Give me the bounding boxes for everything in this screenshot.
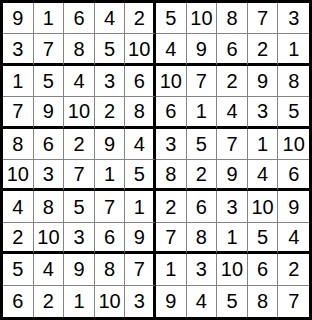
cell-r6c2: 3 xyxy=(34,160,65,191)
cell-r7c4: 7 xyxy=(95,191,126,222)
cell-r2c6: 4 xyxy=(156,34,187,65)
cell-r2c4: 5 xyxy=(95,34,126,65)
cell-r2c10: 1 xyxy=(278,34,309,65)
cell-r3c2: 5 xyxy=(34,66,65,97)
cell-r9c8: 10 xyxy=(217,254,248,285)
cell-r8c4: 6 xyxy=(95,223,126,254)
cell-r8c7: 8 xyxy=(187,223,218,254)
cell-r2c5: 10 xyxy=(125,34,156,65)
cell-r2c2: 7 xyxy=(34,34,65,65)
cell-r2c3: 8 xyxy=(64,34,95,65)
cell-r4c7: 1 xyxy=(187,97,218,128)
cell-r5c1: 8 xyxy=(3,129,34,160)
cell-r1c2: 1 xyxy=(34,3,65,34)
cell-r1c8: 8 xyxy=(217,3,248,34)
cell-r5c2: 6 xyxy=(34,129,65,160)
cell-r1c6: 5 xyxy=(156,3,187,34)
cell-r7c6: 2 xyxy=(156,191,187,222)
cell-r9c3: 9 xyxy=(64,254,95,285)
cell-r10c6: 9 xyxy=(156,286,187,317)
cell-r6c5: 5 xyxy=(125,160,156,191)
cell-r1c9: 7 xyxy=(248,3,279,34)
cell-r8c2: 10 xyxy=(34,223,65,254)
cell-r8c3: 3 xyxy=(64,223,95,254)
cell-r1c5: 2 xyxy=(125,3,156,34)
cell-r3c1: 1 xyxy=(3,66,34,97)
cell-r1c3: 6 xyxy=(64,3,95,34)
cell-r2c1: 3 xyxy=(3,34,34,65)
cell-r9c6: 1 xyxy=(156,254,187,285)
cell-r6c10: 6 xyxy=(278,160,309,191)
cell-r1c1: 9 xyxy=(3,3,34,34)
cell-r2c9: 2 xyxy=(248,34,279,65)
cell-r10c9: 8 xyxy=(248,286,279,317)
cell-r5c5: 4 xyxy=(125,129,156,160)
cell-r9c4: 8 xyxy=(95,254,126,285)
cell-r9c10: 2 xyxy=(278,254,309,285)
cell-r3c3: 4 xyxy=(64,66,95,97)
cell-r10c1: 6 xyxy=(3,286,34,317)
cell-r10c8: 5 xyxy=(217,286,248,317)
cell-r9c7: 3 xyxy=(187,254,218,285)
cell-r5c4: 9 xyxy=(95,129,126,160)
cell-r8c10: 4 xyxy=(278,223,309,254)
cell-r8c5: 9 xyxy=(125,223,156,254)
cell-r3c9: 9 xyxy=(248,66,279,97)
cell-r1c7: 10 xyxy=(187,3,218,34)
cell-r8c6: 7 xyxy=(156,223,187,254)
cell-r7c2: 8 xyxy=(34,191,65,222)
cell-r3c7: 7 xyxy=(187,66,218,97)
cell-r4c6: 6 xyxy=(156,97,187,128)
cell-r6c6: 8 xyxy=(156,160,187,191)
cell-r10c3: 1 xyxy=(64,286,95,317)
cell-r6c4: 1 xyxy=(95,160,126,191)
cell-r7c9: 10 xyxy=(248,191,279,222)
cell-r3c6: 10 xyxy=(156,66,187,97)
cell-r10c5: 3 xyxy=(125,286,156,317)
cell-r3c8: 2 xyxy=(217,66,248,97)
cell-r1c10: 3 xyxy=(278,3,309,34)
cell-r9c1: 5 xyxy=(3,254,34,285)
cell-r7c7: 6 xyxy=(187,191,218,222)
cell-r1c4: 4 xyxy=(95,3,126,34)
cell-r10c2: 2 xyxy=(34,286,65,317)
cell-r4c10: 5 xyxy=(278,97,309,128)
cell-r10c7: 4 xyxy=(187,286,218,317)
cell-r6c3: 7 xyxy=(64,160,95,191)
cell-r7c8: 3 xyxy=(217,191,248,222)
cell-r10c10: 7 xyxy=(278,286,309,317)
cell-r5c7: 5 xyxy=(187,129,218,160)
cell-r8c8: 1 xyxy=(217,223,248,254)
cell-r4c3: 10 xyxy=(64,97,95,128)
cell-r6c1: 10 xyxy=(3,160,34,191)
cell-r4c8: 4 xyxy=(217,97,248,128)
cell-r6c7: 2 xyxy=(187,160,218,191)
cell-r7c10: 9 xyxy=(278,191,309,222)
cell-r7c3: 5 xyxy=(64,191,95,222)
cell-r6c8: 9 xyxy=(217,160,248,191)
cell-r7c1: 4 xyxy=(3,191,34,222)
cell-r4c4: 2 xyxy=(95,97,126,128)
cell-r2c8: 6 xyxy=(217,34,248,65)
cell-r4c2: 9 xyxy=(34,97,65,128)
cell-r5c9: 1 xyxy=(248,129,279,160)
cell-r8c9: 5 xyxy=(248,223,279,254)
cell-r4c1: 7 xyxy=(3,97,34,128)
cell-r4c5: 8 xyxy=(125,97,156,128)
cell-r5c3: 2 xyxy=(64,129,95,160)
cell-r9c5: 7 xyxy=(125,254,156,285)
cell-r5c6: 3 xyxy=(156,129,187,160)
cell-r5c10: 10 xyxy=(278,129,309,160)
cell-r9c2: 4 xyxy=(34,254,65,285)
cell-r3c4: 3 xyxy=(95,66,126,97)
cell-r3c10: 8 xyxy=(278,66,309,97)
cell-r4c9: 3 xyxy=(248,97,279,128)
cell-r3c5: 6 xyxy=(125,66,156,97)
cell-r8c1: 2 xyxy=(3,223,34,254)
cell-r10c4: 10 xyxy=(95,286,126,317)
cell-r7c5: 1 xyxy=(125,191,156,222)
cell-r5c8: 7 xyxy=(217,129,248,160)
cell-r6c9: 4 xyxy=(248,160,279,191)
cell-r9c9: 6 xyxy=(248,254,279,285)
cell-r2c7: 9 xyxy=(187,34,218,65)
sudoku-board: 9164251087337851049621154361072987910286… xyxy=(0,0,312,320)
